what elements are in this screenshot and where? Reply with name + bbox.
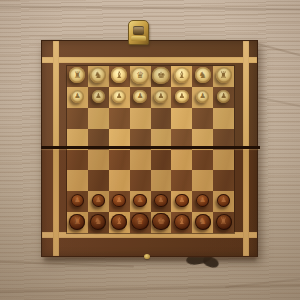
square-r5c0[interactable]	[67, 170, 88, 191]
scene-travel-chess-photo: { "game": "chess", "scene": "overhead ph…	[0, 0, 300, 300]
square-r7c6[interactable]: ♞	[192, 212, 213, 233]
piece-white-rook[interactable]: ♜	[216, 67, 232, 83]
square-r0c5[interactable]: ♝	[171, 66, 192, 87]
piece-black-king[interactable]: ♚	[152, 213, 170, 231]
square-r2c4[interactable]	[151, 108, 172, 129]
piece-white-pawn[interactable]: ♟	[71, 90, 85, 104]
square-r0c1[interactable]: ♞	[88, 66, 109, 87]
rook-glyph: ♜	[73, 71, 81, 80]
playing-area: ♜♞♝♛♚♝♞♜♟♟♟♟♟♟♟♟♟♟♟♟♟♟♟♟♜♞♝♛♚♝♞♜	[67, 66, 234, 233]
square-r2c5[interactable]	[171, 108, 192, 129]
square-r0c0[interactable]: ♜	[67, 66, 88, 87]
piece-white-knight[interactable]: ♞	[90, 67, 106, 83]
pawn-glyph: ♟	[200, 197, 206, 204]
piece-black-pawn[interactable]: ♟	[92, 194, 106, 208]
square-r4c6[interactable]	[192, 150, 213, 171]
pawn-glyph: ♟	[200, 93, 206, 100]
piece-white-bishop[interactable]: ♝	[174, 67, 190, 83]
square-r7c7[interactable]: ♜	[213, 212, 234, 233]
pawn-glyph: ♟	[137, 93, 143, 100]
pawn-glyph: ♟	[95, 93, 101, 100]
square-r6c0[interactable]: ♟	[67, 191, 88, 212]
square-r5c5[interactable]	[171, 170, 192, 191]
square-r1c3[interactable]: ♟	[130, 87, 151, 108]
square-r6c7[interactable]: ♟	[213, 191, 234, 212]
bishop-glyph: ♝	[115, 217, 123, 226]
square-r6c3[interactable]: ♟	[130, 191, 151, 212]
piece-black-bishop[interactable]: ♝	[174, 214, 190, 230]
pawn-glyph: ♟	[74, 93, 80, 100]
piece-white-pawn[interactable]: ♟	[112, 90, 126, 104]
pawn-glyph: ♟	[158, 93, 164, 100]
square-r6c4[interactable]: ♟	[151, 191, 172, 212]
board-cast-shadow	[44, 257, 256, 261]
square-r7c2[interactable]: ♝	[109, 212, 130, 233]
square-r6c6[interactable]: ♟	[192, 191, 213, 212]
square-r2c2[interactable]	[109, 108, 130, 129]
queen-glyph: ♛	[136, 217, 144, 226]
square-r2c6[interactable]	[192, 108, 213, 129]
knight-glyph: ♞	[199, 217, 207, 226]
piece-black-pawn[interactable]: ♟	[112, 194, 126, 208]
piece-white-pawn[interactable]: ♟	[92, 90, 106, 104]
square-r4c0[interactable]	[67, 150, 88, 171]
square-r1c5[interactable]: ♟	[171, 87, 192, 108]
piece-black-bishop[interactable]: ♝	[111, 214, 127, 230]
square-r7c5[interactable]: ♝	[171, 212, 192, 233]
square-r6c2[interactable]: ♟	[109, 191, 130, 212]
piece-white-bishop[interactable]: ♝	[111, 67, 127, 83]
queen-glyph: ♛	[136, 71, 144, 80]
pawn-glyph: ♟	[74, 197, 80, 204]
square-r1c2[interactable]: ♟	[109, 87, 130, 108]
piece-black-knight[interactable]: ♞	[195, 214, 211, 230]
piece-black-pawn[interactable]: ♟	[175, 194, 189, 208]
square-r5c2[interactable]	[109, 170, 130, 191]
bishop-glyph: ♝	[178, 217, 186, 226]
piece-white-rook[interactable]: ♜	[69, 67, 85, 83]
square-r4c7[interactable]	[213, 150, 234, 171]
square-r5c3[interactable]	[130, 170, 151, 191]
square-r2c1[interactable]	[88, 108, 109, 129]
piece-white-pawn[interactable]: ♟	[217, 90, 231, 104]
bishop-glyph: ♝	[115, 71, 123, 80]
piece-white-pawn[interactable]: ♟	[154, 90, 168, 104]
square-r7c4[interactable]: ♚	[151, 212, 172, 233]
square-r7c1[interactable]: ♞	[88, 212, 109, 233]
knight-glyph: ♞	[94, 71, 102, 80]
square-r0c3[interactable]: ♛	[130, 66, 151, 87]
square-r6c1[interactable]: ♟	[88, 191, 109, 212]
square-r4c3[interactable]	[130, 150, 151, 171]
piece-black-pawn[interactable]: ♟	[196, 194, 210, 208]
pawn-glyph: ♟	[158, 197, 164, 204]
piece-black-pawn[interactable]: ♟	[217, 194, 231, 208]
brass-clasp	[128, 20, 149, 45]
bishop-glyph: ♝	[178, 71, 186, 80]
king-glyph: ♚	[157, 71, 165, 80]
pawn-glyph: ♟	[116, 197, 122, 204]
pawn-glyph: ♟	[116, 93, 122, 100]
square-r7c3[interactable]: ♛	[130, 212, 151, 233]
square-r5c1[interactable]	[88, 170, 109, 191]
square-r0c2[interactable]: ♝	[109, 66, 130, 87]
square-r1c4[interactable]: ♟	[151, 87, 172, 108]
square-r5c7[interactable]	[213, 170, 234, 191]
square-r1c0[interactable]: ♟	[67, 87, 88, 108]
square-r0c4[interactable]: ♚	[151, 66, 172, 87]
square-r5c4[interactable]	[151, 170, 172, 191]
piece-black-pawn[interactable]: ♟	[133, 194, 147, 208]
pawn-glyph: ♟	[137, 197, 143, 204]
square-r4c1[interactable]	[88, 150, 109, 171]
square-r6c5[interactable]: ♟	[171, 191, 192, 212]
piece-white-queen[interactable]: ♛	[131, 67, 149, 85]
piece-white-knight[interactable]: ♞	[195, 67, 211, 83]
piece-black-rook[interactable]: ♜	[69, 214, 85, 230]
fold-hinge-seam	[41, 146, 260, 149]
knight-glyph: ♞	[199, 71, 207, 80]
square-r4c4[interactable]	[151, 150, 172, 171]
square-r1c1[interactable]: ♟	[88, 87, 109, 108]
square-r2c0[interactable]	[67, 108, 88, 129]
piece-black-queen[interactable]: ♛	[131, 213, 149, 231]
square-r4c5[interactable]	[171, 150, 192, 171]
pawn-glyph: ♟	[179, 93, 185, 100]
brass-pin	[144, 254, 150, 259]
pawn-glyph: ♟	[179, 197, 185, 204]
inlay-strip-top	[42, 57, 257, 63]
square-r2c3[interactable]	[130, 108, 151, 129]
square-r1c7[interactable]: ♟	[213, 87, 234, 108]
piece-white-king[interactable]: ♚	[152, 67, 170, 85]
square-r2c7[interactable]	[213, 108, 234, 129]
piece-white-pawn[interactable]: ♟	[133, 90, 147, 104]
piece-white-pawn[interactable]: ♟	[196, 90, 210, 104]
clasp-hole	[133, 26, 144, 35]
rook-glyph: ♜	[220, 217, 228, 226]
square-r1c6[interactable]: ♟	[192, 87, 213, 108]
square-r4c2[interactable]	[109, 150, 130, 171]
pawn-glyph: ♟	[220, 197, 226, 204]
piece-black-pawn[interactable]: ♟	[71, 194, 85, 208]
pawn-glyph: ♟	[95, 197, 101, 204]
knight-glyph: ♞	[94, 217, 102, 226]
piece-black-rook[interactable]: ♜	[216, 214, 232, 230]
piece-white-pawn[interactable]: ♟	[175, 90, 189, 104]
piece-black-knight[interactable]: ♞	[90, 214, 106, 230]
pawn-glyph: ♟	[220, 93, 226, 100]
square-r0c7[interactable]: ♜	[213, 66, 234, 87]
rook-glyph: ♜	[73, 217, 81, 226]
rook-glyph: ♜	[220, 71, 228, 80]
king-glyph: ♚	[157, 217, 165, 226]
square-r5c6[interactable]	[192, 170, 213, 191]
square-r7c0[interactable]: ♜	[67, 212, 88, 233]
clasp-bar	[131, 36, 146, 41]
square-r0c6[interactable]: ♞	[192, 66, 213, 87]
chess-board: ♜♞♝♛♚♝♞♜♟♟♟♟♟♟♟♟♟♟♟♟♟♟♟♟♜♞♝♛♚♝♞♜	[41, 40, 258, 257]
piece-black-pawn[interactable]: ♟	[154, 194, 168, 208]
